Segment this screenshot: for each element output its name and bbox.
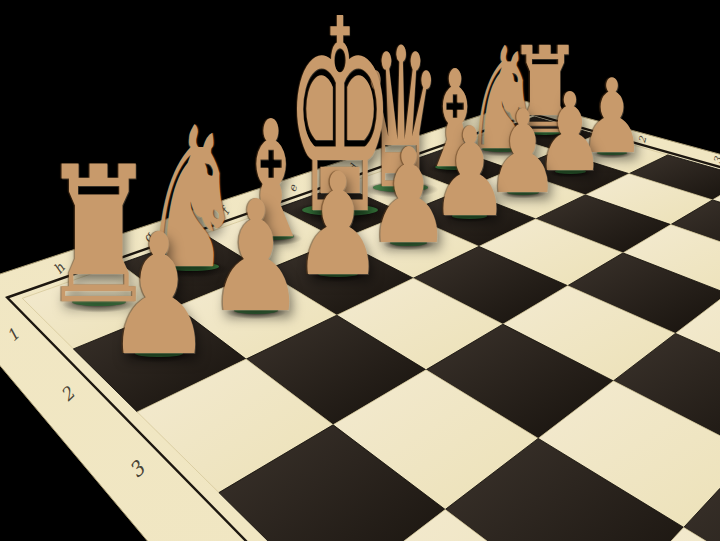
chessboard-photo: 1234123abcdefgh ♜♞♝♛♚♝♞♜♟♟♟♟♟♟♟♟ xyxy=(0,0,720,541)
chess-board: 1234123abcdefgh xyxy=(0,0,720,541)
